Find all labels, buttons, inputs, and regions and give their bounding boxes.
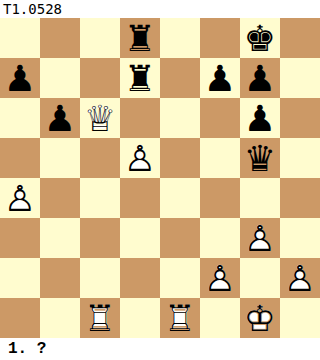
square-g5[interactable]: ♛ [240,138,280,178]
square-a4[interactable]: ♟♙ [0,178,40,218]
square-h6[interactable] [280,98,320,138]
square-e3[interactable] [160,218,200,258]
square-c7[interactable] [80,58,120,98]
square-c6[interactable]: ♛♕ [80,98,120,138]
square-b6[interactable]: ♟ [40,98,80,138]
black-pawn-piece: ♟ [0,58,40,98]
square-a7[interactable]: ♟ [0,58,40,98]
square-g6[interactable]: ♟ [240,98,280,138]
square-h5[interactable] [280,138,320,178]
title-bar: T1.0528 [0,0,320,18]
square-g4[interactable] [240,178,280,218]
black-king-piece: ♚ [240,18,280,58]
square-c4[interactable] [80,178,120,218]
square-c3[interactable] [80,218,120,258]
square-f5[interactable] [200,138,240,178]
square-d4[interactable] [120,178,160,218]
square-b1[interactable] [40,298,80,338]
square-d3[interactable] [120,218,160,258]
black-queen-piece: ♛ [240,138,280,178]
square-e1[interactable]: ♜♖ [160,298,200,338]
square-h4[interactable] [280,178,320,218]
square-g3[interactable]: ♟♙ [240,218,280,258]
square-h3[interactable] [280,218,320,258]
white-rook-piece: ♜♖ [160,298,200,338]
square-f1[interactable] [200,298,240,338]
square-b4[interactable] [40,178,80,218]
black-rook-piece: ♜ [120,18,160,58]
square-f6[interactable] [200,98,240,138]
square-d1[interactable] [120,298,160,338]
square-g7[interactable]: ♟ [240,58,280,98]
prompt-bar: 1. ? [0,338,320,360]
square-e8[interactable] [160,18,200,58]
square-c8[interactable] [80,18,120,58]
square-h2[interactable]: ♟♙ [280,258,320,298]
square-g2[interactable] [240,258,280,298]
square-g8[interactable]: ♚ [240,18,280,58]
square-d5[interactable]: ♟♙ [120,138,160,178]
square-d2[interactable] [120,258,160,298]
square-f8[interactable] [200,18,240,58]
square-a8[interactable] [0,18,40,58]
chess-board: ♜♚♟♜♟♟♟♛♕♟♟♙♛♟♙♟♙♟♙♟♙♜♖♜♖♚♔ [0,18,320,338]
square-b3[interactable] [40,218,80,258]
square-b2[interactable] [40,258,80,298]
white-pawn-piece: ♟♙ [280,258,320,298]
square-f4[interactable] [200,178,240,218]
square-e7[interactable] [160,58,200,98]
square-h1[interactable] [280,298,320,338]
square-a2[interactable] [0,258,40,298]
square-f3[interactable] [200,218,240,258]
white-king-piece: ♚♔ [240,298,280,338]
square-a5[interactable] [0,138,40,178]
square-c1[interactable]: ♜♖ [80,298,120,338]
square-f2[interactable]: ♟♙ [200,258,240,298]
square-g1[interactable]: ♚♔ [240,298,280,338]
black-pawn-piece: ♟ [200,58,240,98]
square-e2[interactable] [160,258,200,298]
puzzle-id: T1.0528 [3,1,62,17]
square-b5[interactable] [40,138,80,178]
square-h8[interactable] [280,18,320,58]
white-queen-piece: ♛♕ [80,98,120,138]
square-b8[interactable] [40,18,80,58]
square-e4[interactable] [160,178,200,218]
square-e5[interactable] [160,138,200,178]
square-c2[interactable] [80,258,120,298]
square-e6[interactable] [160,98,200,138]
square-d7[interactable]: ♜ [120,58,160,98]
black-pawn-piece: ♟ [40,98,80,138]
square-a3[interactable] [0,218,40,258]
square-d8[interactable]: ♜ [120,18,160,58]
move-prompt: 1. ? [8,340,46,358]
square-a6[interactable] [0,98,40,138]
black-pawn-piece: ♟ [240,58,280,98]
square-h7[interactable] [280,58,320,98]
white-pawn-piece: ♟♙ [200,258,240,298]
square-a1[interactable] [0,298,40,338]
black-pawn-piece: ♟ [240,98,280,138]
square-b7[interactable] [40,58,80,98]
square-f7[interactable]: ♟ [200,58,240,98]
white-pawn-piece: ♟♙ [0,178,40,218]
square-c5[interactable] [80,138,120,178]
white-pawn-piece: ♟♙ [240,218,280,258]
white-rook-piece: ♜♖ [80,298,120,338]
black-rook-piece: ♜ [120,58,160,98]
square-d6[interactable] [120,98,160,138]
white-pawn-piece: ♟♙ [120,138,160,178]
